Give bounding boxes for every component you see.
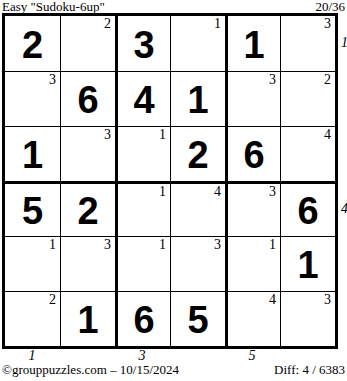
cell-r3c6[interactable]: 4 bbox=[280, 126, 335, 181]
cell-r4c1[interactable]: 5 bbox=[5, 181, 60, 236]
cell-r3c5[interactable]: 6 bbox=[225, 126, 280, 181]
pencil-mark: 3 bbox=[324, 17, 331, 31]
pencil-mark: 2 bbox=[49, 293, 56, 307]
cell-r2c4[interactable]: 1 bbox=[170, 71, 225, 126]
cell-r6c6[interactable]: 3 bbox=[280, 291, 335, 346]
pencil-mark: 3 bbox=[104, 238, 111, 252]
cell-r4c3[interactable]: 1 bbox=[115, 181, 170, 236]
cell-r2c1[interactable]: 3 bbox=[5, 71, 60, 126]
cell-r5c6[interactable]: 1 bbox=[280, 236, 335, 291]
cell-value: 5 bbox=[5, 184, 60, 236]
pencil-mark: 3 bbox=[269, 73, 276, 87]
cell-r1c1[interactable]: 2 bbox=[5, 16, 60, 71]
pencil-mark: 1 bbox=[269, 238, 276, 252]
cell-value: 1 bbox=[5, 127, 60, 181]
cell-r1c4[interactable]: 1 bbox=[170, 16, 225, 71]
cell-value: 2 bbox=[5, 16, 60, 71]
cell-r6c4[interactable]: 5 bbox=[170, 291, 225, 346]
cell-value: 1 bbox=[171, 72, 225, 126]
pencil-mark: 3 bbox=[104, 128, 111, 142]
cell-r3c2[interactable]: 3 bbox=[60, 126, 115, 181]
cell-value: 6 bbox=[118, 292, 170, 346]
cell-r4c5[interactable]: 3 bbox=[225, 181, 280, 236]
cell-r1c2[interactable]: 2 bbox=[60, 16, 115, 71]
cell-r5c4[interactable]: 3 bbox=[170, 236, 225, 291]
cell-r4c2[interactable]: 2 bbox=[60, 181, 115, 236]
row-label-1: 1 bbox=[341, 36, 347, 50]
col-label-1: 1 bbox=[29, 349, 36, 363]
cell-r5c1[interactable]: 1 bbox=[5, 236, 60, 291]
footer: ©grouppuzzles.com – 10/15/2024 Diff: 4 /… bbox=[2, 363, 345, 377]
difficulty: Diff: 4 / 6383 bbox=[274, 363, 345, 377]
cell-r4c6[interactable]: 6 bbox=[280, 181, 335, 236]
cell-r6c3[interactable]: 6 bbox=[115, 291, 170, 346]
pencil-mark: 3 bbox=[269, 185, 276, 199]
page: Easy "Sudoku-6up" 20/36 2231133641321312… bbox=[0, 0, 347, 381]
row-label-4: 4 bbox=[341, 202, 347, 216]
pencil-mark: 1 bbox=[159, 128, 166, 142]
col-label-3: 3 bbox=[139, 349, 146, 363]
pencil-mark: 3 bbox=[49, 73, 56, 87]
pencil-mark: 3 bbox=[214, 238, 221, 252]
cell-r2c6[interactable]: 2 bbox=[280, 71, 335, 126]
cell-r2c2[interactable]: 6 bbox=[60, 71, 115, 126]
cell-r4c4[interactable]: 4 bbox=[170, 181, 225, 236]
cell-value: 3 bbox=[118, 16, 170, 71]
cell-r5c3[interactable]: 1 bbox=[115, 236, 170, 291]
pencil-mark: 4 bbox=[269, 293, 276, 307]
header: Easy "Sudoku-6up" 20/36 bbox=[2, 0, 345, 13]
cell-r1c6[interactable]: 3 bbox=[280, 16, 335, 71]
cell-value: 1 bbox=[281, 237, 335, 291]
pencil-mark: 2 bbox=[104, 17, 111, 31]
cell-r2c5[interactable]: 3 bbox=[225, 71, 280, 126]
cell-r6c2[interactable]: 1 bbox=[60, 291, 115, 346]
cell-value: 4 bbox=[118, 72, 170, 126]
pencil-mark: 1 bbox=[49, 238, 56, 252]
copyright-date: ©grouppuzzles.com – 10/15/2024 bbox=[2, 363, 179, 377]
cell-r3c1[interactable]: 1 bbox=[5, 126, 60, 181]
pencil-mark: 1 bbox=[159, 185, 166, 199]
pencil-mark: 4 bbox=[324, 128, 331, 142]
cell-value: 1 bbox=[228, 16, 280, 71]
cell-r5c5[interactable]: 1 bbox=[225, 236, 280, 291]
cell-r6c5[interactable]: 4 bbox=[225, 291, 280, 346]
cell-value: 6 bbox=[228, 127, 280, 181]
cell-value: 6 bbox=[61, 72, 115, 126]
cell-value: 1 bbox=[61, 292, 115, 346]
pencil-mark: 1 bbox=[214, 17, 221, 31]
cell-r1c3[interactable]: 3 bbox=[115, 16, 170, 71]
cell-value: 2 bbox=[61, 184, 115, 236]
pencil-mark: 2 bbox=[324, 73, 331, 87]
pencil-mark: 3 bbox=[324, 293, 331, 307]
cell-r2c3[interactable]: 4 bbox=[115, 71, 170, 126]
cell-r5c2[interactable]: 3 bbox=[60, 236, 115, 291]
col-label-5: 5 bbox=[249, 349, 256, 363]
cell-value: 5 bbox=[171, 292, 225, 346]
cell-value: 2 bbox=[171, 127, 225, 181]
pencil-mark: 1 bbox=[159, 238, 166, 252]
sudoku-board: 223113364132131264521436131311216543 bbox=[2, 13, 338, 349]
pencil-mark: 4 bbox=[214, 185, 221, 199]
cell-r6c1[interactable]: 2 bbox=[5, 291, 60, 346]
cell-value: 6 bbox=[281, 184, 335, 236]
cell-r1c5[interactable]: 1 bbox=[225, 16, 280, 71]
puzzle-title: Easy "Sudoku-6up" bbox=[2, 0, 105, 13]
cell-r3c3[interactable]: 1 bbox=[115, 126, 170, 181]
progress-counter: 20/36 bbox=[315, 0, 345, 13]
cell-r3c4[interactable]: 2 bbox=[170, 126, 225, 181]
